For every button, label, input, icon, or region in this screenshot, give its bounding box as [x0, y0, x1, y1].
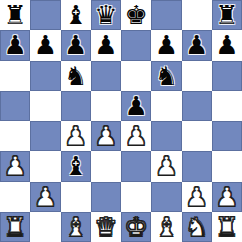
black-pawn-piece: ♟: [3, 32, 26, 58]
square-f7[interactable]: ♟: [151, 30, 181, 60]
black-knight-piece: ♞: [155, 63, 178, 89]
square-g7[interactable]: ♟: [182, 30, 212, 60]
white-pawn-piece: ♟: [34, 184, 57, 210]
white-pawn-piece: ♟: [94, 123, 117, 149]
square-b2[interactable]: ♟: [30, 182, 60, 212]
square-a1[interactable]: ♜: [0, 212, 30, 242]
square-d3[interactable]: [91, 151, 121, 181]
square-a4[interactable]: [0, 121, 30, 151]
square-c2[interactable]: [61, 182, 91, 212]
square-b6[interactable]: [30, 61, 60, 91]
white-knight-piece: ♞: [185, 214, 208, 240]
square-a3[interactable]: ♟: [0, 151, 30, 181]
white-pawn-piece: ♟: [155, 153, 178, 179]
square-h7[interactable]: ♟: [212, 30, 242, 60]
square-f8[interactable]: [151, 0, 181, 30]
square-d8[interactable]: ♛: [91, 0, 121, 30]
white-rook-piece: ♜: [3, 214, 26, 240]
square-a7[interactable]: ♟: [0, 30, 30, 60]
square-h5[interactable]: [212, 91, 242, 121]
square-e7[interactable]: [121, 30, 151, 60]
square-c3[interactable]: ♝: [61, 151, 91, 181]
square-e4[interactable]: ♟: [121, 121, 151, 151]
square-f6[interactable]: ♞: [151, 61, 181, 91]
square-b8[interactable]: [30, 0, 60, 30]
black-knight-piece: ♞: [64, 63, 87, 89]
square-d4[interactable]: ♟: [91, 121, 121, 151]
square-g6[interactable]: [182, 61, 212, 91]
black-pawn-piece: ♟: [155, 32, 178, 58]
square-g4[interactable]: [182, 121, 212, 151]
square-h6[interactable]: [212, 61, 242, 91]
square-h2[interactable]: ♟: [212, 182, 242, 212]
square-c1[interactable]: ♝: [61, 212, 91, 242]
square-a5[interactable]: [0, 91, 30, 121]
square-b4[interactable]: [30, 121, 60, 151]
square-d7[interactable]: ♟: [91, 30, 121, 60]
square-e2[interactable]: [121, 182, 151, 212]
white-pawn-piece: ♟: [185, 184, 208, 210]
square-b5[interactable]: [30, 91, 60, 121]
square-g1[interactable]: ♞: [182, 212, 212, 242]
square-c6[interactable]: ♞: [61, 61, 91, 91]
white-queen-piece: ♛: [94, 214, 117, 240]
black-pawn-piece: ♟: [185, 32, 208, 58]
square-c8[interactable]: ♝: [61, 0, 91, 30]
white-pawn-piece: ♟: [124, 123, 147, 149]
square-e8[interactable]: ♚: [121, 0, 151, 30]
square-c4[interactable]: ♟: [61, 121, 91, 151]
black-queen-piece: ♛: [94, 2, 117, 28]
square-a2[interactable]: [0, 182, 30, 212]
square-b7[interactable]: ♟: [30, 30, 60, 60]
square-c5[interactable]: [61, 91, 91, 121]
square-e5[interactable]: ♟: [121, 91, 151, 121]
square-d5[interactable]: [91, 91, 121, 121]
black-pawn-piece: ♟: [94, 32, 117, 58]
square-h8[interactable]: ♜: [212, 0, 242, 30]
square-h3[interactable]: [212, 151, 242, 181]
white-rook-piece: ♜: [215, 214, 238, 240]
black-bishop-piece: ♝: [64, 2, 87, 28]
square-e3[interactable]: [121, 151, 151, 181]
black-rook-piece: ♜: [3, 2, 26, 28]
white-pawn-piece: ♟: [64, 123, 87, 149]
square-g8[interactable]: [182, 0, 212, 30]
square-b3[interactable]: [30, 151, 60, 181]
chess-board: ♜♝♛♚♜♟♟♟♟♟♟♟♞♞♟♟♟♟♟♝♟♟♟♟♜♝♛♚♝♞♜: [0, 0, 242, 242]
black-king-piece: ♚: [124, 2, 147, 28]
white-king-piece: ♚: [124, 214, 147, 240]
square-f4[interactable]: [151, 121, 181, 151]
white-bishop-piece: ♝: [155, 214, 178, 240]
square-g2[interactable]: ♟: [182, 182, 212, 212]
square-g5[interactable]: [182, 91, 212, 121]
square-d1[interactable]: ♛: [91, 212, 121, 242]
square-e6[interactable]: [121, 61, 151, 91]
square-f2[interactable]: [151, 182, 181, 212]
square-f5[interactable]: [151, 91, 181, 121]
square-f3[interactable]: ♟: [151, 151, 181, 181]
white-pawn-piece: ♟: [3, 153, 26, 179]
black-pawn-piece: ♟: [64, 32, 87, 58]
square-b1[interactable]: [30, 212, 60, 242]
white-bishop-piece: ♝: [64, 214, 87, 240]
black-pawn-piece: ♟: [215, 32, 238, 58]
black-rook-piece: ♜: [215, 2, 238, 28]
square-f1[interactable]: ♝: [151, 212, 181, 242]
square-h4[interactable]: [212, 121, 242, 151]
black-pawn-piece: ♟: [34, 32, 57, 58]
black-bishop-piece: ♝: [64, 153, 87, 179]
black-pawn-piece: ♟: [124, 93, 147, 119]
white-pawn-piece: ♟: [215, 184, 238, 210]
square-e1[interactable]: ♚: [121, 212, 151, 242]
square-c7[interactable]: ♟: [61, 30, 91, 60]
square-h1[interactable]: ♜: [212, 212, 242, 242]
square-a6[interactable]: [0, 61, 30, 91]
square-d6[interactable]: [91, 61, 121, 91]
square-d2[interactable]: [91, 182, 121, 212]
square-g3[interactable]: [182, 151, 212, 181]
square-a8[interactable]: ♜: [0, 0, 30, 30]
